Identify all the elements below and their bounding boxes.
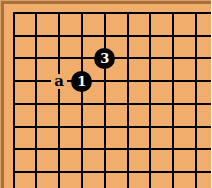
grid-line-horizontal bbox=[13, 12, 212, 14]
stone-move-number: 1 bbox=[77, 74, 86, 87]
grid-line-vertical bbox=[172, 12, 174, 188]
point-label-a: a bbox=[51, 74, 67, 89]
grid-line-horizontal bbox=[13, 35, 212, 37]
grid-line-horizontal bbox=[13, 103, 212, 105]
grid-line-vertical bbox=[149, 12, 151, 188]
go-board: a 13 bbox=[4, 4, 211, 188]
grid-line-vertical bbox=[35, 12, 37, 188]
black-stone-move-3: 3 bbox=[94, 48, 115, 69]
grid-line-vertical bbox=[58, 12, 60, 188]
grid-line-vertical bbox=[127, 12, 129, 188]
grid-line-horizontal bbox=[13, 148, 212, 150]
grid-line-horizontal bbox=[13, 80, 212, 82]
grid-line-vertical bbox=[104, 12, 106, 188]
stone-move-number: 3 bbox=[100, 51, 109, 64]
grid-line-horizontal bbox=[13, 126, 212, 128]
grid-line-vertical bbox=[13, 12, 15, 188]
go-diagram: a 13 bbox=[0, 0, 211, 188]
grid-line-vertical bbox=[195, 12, 197, 188]
grid-line-horizontal bbox=[13, 171, 212, 173]
grid-line-vertical bbox=[81, 12, 83, 188]
black-stone-move-1: 1 bbox=[71, 71, 92, 92]
